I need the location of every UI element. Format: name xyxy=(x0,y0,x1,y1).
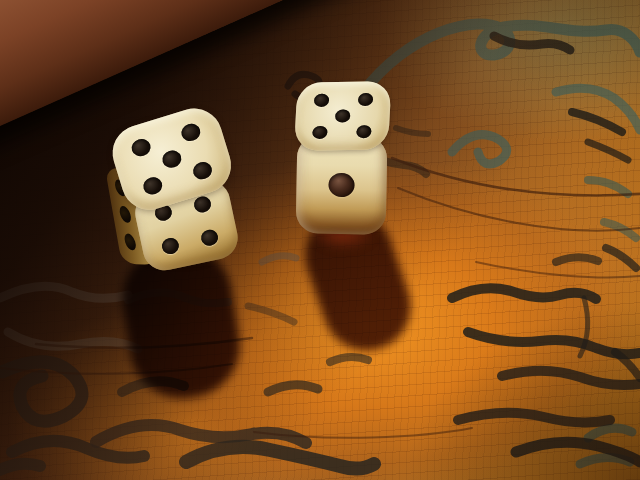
pip xyxy=(179,122,202,144)
edge-pip xyxy=(118,206,133,224)
scene-dice-photo xyxy=(0,0,640,480)
edge-pip xyxy=(123,233,138,251)
die-right-top-face xyxy=(294,81,392,151)
pip xyxy=(328,173,354,197)
die-left xyxy=(107,112,243,268)
pip xyxy=(141,175,164,197)
pip xyxy=(193,195,213,214)
pip xyxy=(160,148,183,170)
pip xyxy=(335,109,351,122)
pip xyxy=(312,125,328,138)
pip xyxy=(356,125,372,138)
die-right xyxy=(291,81,394,235)
pip xyxy=(191,160,214,182)
pip xyxy=(200,228,220,247)
die-right-front-face xyxy=(296,135,388,235)
pip xyxy=(314,94,330,107)
pip xyxy=(130,137,153,159)
pip xyxy=(357,93,373,106)
pip xyxy=(160,236,180,255)
